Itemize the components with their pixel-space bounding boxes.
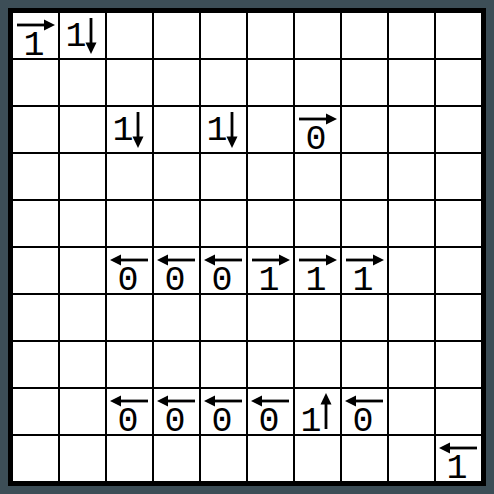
cell-r9c4[interactable] (201, 436, 246, 481)
cell-r8c1[interactable] (60, 389, 105, 434)
cell-r9c0[interactable] (13, 436, 58, 481)
clue-1-right: 1 (248, 248, 293, 293)
clue-0-left: 0 (107, 248, 152, 293)
cell-r7c2[interactable] (107, 342, 152, 387)
cell-r6c3[interactable] (154, 295, 199, 340)
cell-r2c8[interactable] (389, 107, 434, 152)
cell-r8c8[interactable] (389, 389, 434, 434)
cell-r6c4[interactable] (201, 295, 246, 340)
clue-0-left: 0 (201, 248, 246, 293)
clue-number: 1 (352, 261, 373, 293)
clue-0-left: 0 (201, 389, 246, 434)
cell-r2c1[interactable] (60, 107, 105, 152)
cell-r2c4[interactable]: 1 (201, 107, 246, 152)
cell-r5c5[interactable]: 1 (248, 248, 293, 293)
cell-r7c1[interactable] (60, 342, 105, 387)
cell-r7c6[interactable] (295, 342, 340, 387)
cell-r0c1[interactable]: 1 (60, 13, 105, 58)
cell-r4c7[interactable] (342, 201, 387, 246)
cell-r2c0[interactable] (13, 107, 58, 152)
cell-r2c5[interactable] (248, 107, 293, 152)
cell-r9c6[interactable] (295, 436, 340, 481)
cell-r5c7[interactable]: 1 (342, 248, 387, 293)
cell-r7c8[interactable] (389, 342, 434, 387)
clue-number: 1 (23, 26, 44, 58)
cell-r4c5[interactable] (248, 201, 293, 246)
clue-1-left: 1 (436, 436, 481, 481)
cell-r6c1[interactable] (60, 295, 105, 340)
cell-r9c9[interactable]: 1 (436, 436, 481, 481)
cell-r3c8[interactable] (389, 154, 434, 199)
clue-number: 0 (352, 402, 373, 434)
clue-number: 0 (164, 402, 185, 434)
cell-r0c5[interactable] (248, 13, 293, 58)
cell-r5c3[interactable]: 0 (154, 248, 199, 293)
cell-r8c9[interactable] (436, 389, 481, 434)
clue-0-left: 0 (107, 389, 152, 434)
cell-r5c1[interactable] (60, 248, 105, 293)
cell-r3c7[interactable] (342, 154, 387, 199)
cell-r4c8[interactable] (389, 201, 434, 246)
cell-r1c0[interactable] (13, 60, 58, 105)
clue-number: 0 (305, 120, 326, 152)
cell-r9c3[interactable] (154, 436, 199, 481)
arrow-down-icon (133, 112, 144, 148)
board: 111100001110000101 (8, 8, 486, 486)
clue-number: 1 (300, 402, 321, 434)
cell-r0c2[interactable] (107, 13, 152, 58)
cell-r3c9[interactable] (436, 154, 481, 199)
clue-number: 1 (65, 17, 86, 57)
cell-r4c6[interactable] (295, 201, 340, 246)
cell-r2c7[interactable] (342, 107, 387, 152)
cell-r8c0[interactable] (13, 389, 58, 434)
clue-1-down: 1 (60, 13, 105, 58)
puzzle-frame: 111100001110000101 (0, 0, 494, 494)
clue-0-left: 0 (154, 389, 199, 434)
cell-r3c5[interactable] (248, 154, 293, 199)
cell-r6c0[interactable] (13, 295, 58, 340)
cell-r7c4[interactable] (201, 342, 246, 387)
cell-r9c8[interactable] (389, 436, 434, 481)
cell-r4c3[interactable] (154, 201, 199, 246)
cell-r3c2[interactable] (107, 154, 152, 199)
cell-r7c3[interactable] (154, 342, 199, 387)
clue-0-left: 0 (248, 389, 293, 434)
clue-number: 1 (446, 449, 467, 481)
cell-r9c5[interactable] (248, 436, 293, 481)
arrow-down-icon (227, 112, 238, 148)
cell-r1c7[interactable] (342, 60, 387, 105)
cell-r3c1[interactable] (60, 154, 105, 199)
cell-r6c2[interactable] (107, 295, 152, 340)
cell-r1c5[interactable] (248, 60, 293, 105)
clue-number: 1 (112, 111, 133, 151)
cell-r4c0[interactable] (13, 201, 58, 246)
cell-r1c6[interactable] (295, 60, 340, 105)
cell-r9c2[interactable] (107, 436, 152, 481)
cell-r1c4[interactable] (201, 60, 246, 105)
cell-r9c7[interactable] (342, 436, 387, 481)
clue-number: 1 (258, 261, 279, 293)
cell-r3c6[interactable] (295, 154, 340, 199)
cell-r6c9[interactable] (436, 295, 481, 340)
cell-r8c5[interactable]: 0 (248, 389, 293, 434)
cell-r2c9[interactable] (436, 107, 481, 152)
clue-number: 0 (258, 402, 279, 434)
cell-r2c3[interactable] (154, 107, 199, 152)
cell-r5c4[interactable]: 0 (201, 248, 246, 293)
cell-r3c4[interactable] (201, 154, 246, 199)
cell-r0c0[interactable]: 1 (13, 13, 58, 58)
cell-r6c8[interactable] (389, 295, 434, 340)
cell-r1c2[interactable] (107, 60, 152, 105)
cell-r5c0[interactable] (13, 248, 58, 293)
clue-1-right: 1 (342, 248, 387, 293)
cell-r7c5[interactable] (248, 342, 293, 387)
cell-r9c1[interactable] (60, 436, 105, 481)
cell-r5c8[interactable] (389, 248, 434, 293)
cell-r2c6[interactable]: 0 (295, 107, 340, 152)
cell-r7c0[interactable] (13, 342, 58, 387)
arrow-down-icon (86, 18, 97, 54)
clue-1-right: 1 (295, 248, 340, 293)
clue-number: 1 (305, 261, 326, 293)
cell-r4c9[interactable] (436, 201, 481, 246)
cell-r6c7[interactable] (342, 295, 387, 340)
cell-r8c2[interactable]: 0 (107, 389, 152, 434)
cell-r8c6[interactable]: 1 (295, 389, 340, 434)
clue-number: 0 (117, 261, 138, 293)
cell-r1c1[interactable] (60, 60, 105, 105)
clue-1-down: 1 (107, 107, 152, 152)
cell-r5c9[interactable] (436, 248, 481, 293)
cell-r5c2[interactable]: 0 (107, 248, 152, 293)
cell-r8c7[interactable]: 0 (342, 389, 387, 434)
cell-r4c2[interactable] (107, 201, 152, 246)
cell-r8c3[interactable]: 0 (154, 389, 199, 434)
cell-r2c2[interactable]: 1 (107, 107, 152, 152)
cell-r0c8[interactable] (389, 13, 434, 58)
cell-r6c5[interactable] (248, 295, 293, 340)
board-grid: 111100001110000101 (13, 13, 481, 481)
cell-r0c4[interactable] (201, 13, 246, 58)
cell-r3c3[interactable] (154, 154, 199, 199)
arrow-up-icon (321, 393, 332, 429)
clue-1-up: 1 (295, 389, 340, 434)
cell-r1c3[interactable] (154, 60, 199, 105)
cell-r1c8[interactable] (389, 60, 434, 105)
cell-r7c7[interactable] (342, 342, 387, 387)
cell-r7c9[interactable] (436, 342, 481, 387)
cell-r0c7[interactable] (342, 13, 387, 58)
cell-r6c6[interactable] (295, 295, 340, 340)
cell-r1c9[interactable] (436, 60, 481, 105)
clue-number: 1 (206, 111, 227, 151)
cell-r3c0[interactable] (13, 154, 58, 199)
clue-0-left: 0 (342, 389, 387, 434)
cell-r5c6[interactable]: 1 (295, 248, 340, 293)
clue-0-left: 0 (154, 248, 199, 293)
cell-r4c4[interactable] (201, 201, 246, 246)
cell-r0c3[interactable] (154, 13, 199, 58)
cell-r4c1[interactable] (60, 201, 105, 246)
clue-number: 0 (117, 402, 138, 434)
clue-number: 0 (211, 261, 232, 293)
cell-r0c6[interactable] (295, 13, 340, 58)
clue-0-right: 0 (295, 107, 340, 152)
clue-number: 0 (164, 261, 185, 293)
cell-r0c9[interactable] (436, 13, 481, 58)
clue-1-right: 1 (13, 13, 58, 58)
clue-1-down: 1 (201, 107, 246, 152)
clue-number: 0 (211, 402, 232, 434)
cell-r8c4[interactable]: 0 (201, 389, 246, 434)
